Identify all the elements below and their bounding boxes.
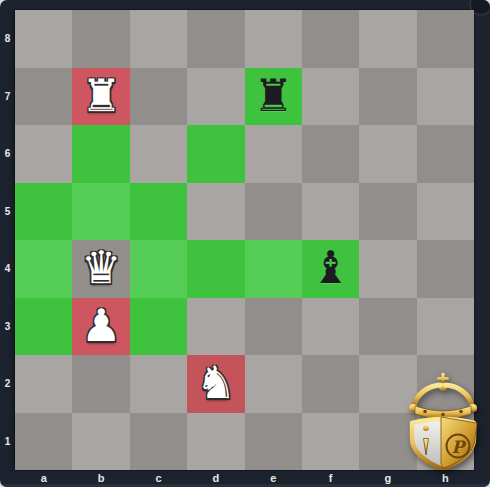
square-f1[interactable] xyxy=(302,413,359,471)
square-b6[interactable] xyxy=(72,125,129,183)
square-d8[interactable] xyxy=(187,10,244,68)
piece-black-bishop[interactable]: ♝ xyxy=(310,245,350,290)
square-f5[interactable] xyxy=(302,183,359,241)
piece-white-queen[interactable]: ♛ xyxy=(81,245,121,290)
square-f2[interactable] xyxy=(302,355,359,413)
rank-label: 8 xyxy=(0,10,15,68)
square-b2[interactable] xyxy=(72,355,129,413)
square-b7[interactable]: ♜ xyxy=(72,68,129,126)
monogram-letter: P xyxy=(452,437,467,457)
square-g4[interactable] xyxy=(359,240,416,298)
piece-white-pawn[interactable]: ♟ xyxy=(81,303,121,348)
square-a1[interactable] xyxy=(15,413,72,471)
square-a8[interactable] xyxy=(15,10,72,68)
square-h4[interactable] xyxy=(417,240,474,298)
square-d2[interactable]: ♞ xyxy=(187,355,244,413)
crown-icon xyxy=(409,374,477,419)
file-label: b xyxy=(72,470,129,487)
shield-icon: P xyxy=(412,417,477,469)
square-f6[interactable] xyxy=(302,125,359,183)
file-label: a xyxy=(15,470,72,487)
square-f3[interactable] xyxy=(302,298,359,356)
square-c1[interactable] xyxy=(130,413,187,471)
rank-label: 5 xyxy=(0,183,15,241)
square-g5[interactable] xyxy=(359,183,416,241)
square-c7[interactable] xyxy=(130,68,187,126)
watermark-logo: P xyxy=(397,373,489,470)
board-frame: ♜♜♛♝♟♞ 8 7 6 5 4 3 2 1 a b c d e f g h xyxy=(0,0,490,487)
square-d6[interactable] xyxy=(187,125,244,183)
file-label: c xyxy=(130,470,187,487)
square-a5[interactable] xyxy=(15,183,72,241)
square-a3[interactable] xyxy=(15,298,72,356)
square-f7[interactable] xyxy=(302,68,359,126)
square-e3[interactable] xyxy=(245,298,302,356)
rank-label: 4 xyxy=(0,240,15,298)
square-h7[interactable] xyxy=(417,68,474,126)
piece-black-rook[interactable]: ♜ xyxy=(253,73,293,118)
square-d1[interactable] xyxy=(187,413,244,471)
rank-label: 6 xyxy=(0,125,15,183)
square-d4[interactable] xyxy=(187,240,244,298)
square-f4[interactable]: ♝ xyxy=(302,240,359,298)
square-e5[interactable] xyxy=(245,183,302,241)
rank-label: 1 xyxy=(0,413,15,471)
chess-board-screenshot: ♜♜♛♝♟♞ 8 7 6 5 4 3 2 1 a b c d e f g h xyxy=(0,0,490,487)
square-g6[interactable] xyxy=(359,125,416,183)
square-b8[interactable] xyxy=(72,10,129,68)
square-b4[interactable]: ♛ xyxy=(72,240,129,298)
square-d5[interactable] xyxy=(187,183,244,241)
square-a4[interactable] xyxy=(15,240,72,298)
rank-label: 2 xyxy=(0,355,15,413)
square-c6[interactable] xyxy=(130,125,187,183)
square-c4[interactable] xyxy=(130,240,187,298)
square-e2[interactable] xyxy=(245,355,302,413)
file-labels: a b c d e f g h xyxy=(15,470,474,487)
square-c5[interactable] xyxy=(130,183,187,241)
file-label: d xyxy=(187,470,244,487)
square-g7[interactable] xyxy=(359,68,416,126)
rank-label: 7 xyxy=(0,68,15,126)
square-c8[interactable] xyxy=(130,10,187,68)
square-d3[interactable] xyxy=(187,298,244,356)
square-d7[interactable] xyxy=(187,68,244,126)
square-h5[interactable] xyxy=(417,183,474,241)
square-e8[interactable] xyxy=(245,10,302,68)
square-b3[interactable]: ♟ xyxy=(72,298,129,356)
square-b1[interactable] xyxy=(72,413,129,471)
file-label: f xyxy=(302,470,359,487)
file-label: g xyxy=(359,470,416,487)
square-g8[interactable] xyxy=(359,10,416,68)
square-g3[interactable] xyxy=(359,298,416,356)
square-c2[interactable] xyxy=(130,355,187,413)
square-b5[interactable] xyxy=(72,183,129,241)
square-h6[interactable] xyxy=(417,125,474,183)
square-c3[interactable] xyxy=(130,298,187,356)
rank-label: 3 xyxy=(0,298,15,356)
square-a6[interactable] xyxy=(15,125,72,183)
square-a7[interactable] xyxy=(15,68,72,126)
square-e6[interactable] xyxy=(245,125,302,183)
square-a2[interactable] xyxy=(15,355,72,413)
square-e7[interactable]: ♜ xyxy=(245,68,302,126)
square-e1[interactable] xyxy=(245,413,302,471)
file-label: h xyxy=(417,470,474,487)
rank-labels: 8 7 6 5 4 3 2 1 xyxy=(0,10,15,470)
file-label: e xyxy=(245,470,302,487)
square-e4[interactable] xyxy=(245,240,302,298)
piece-white-rook[interactable]: ♜ xyxy=(81,73,121,118)
square-f8[interactable] xyxy=(302,10,359,68)
piece-white-knight[interactable]: ♞ xyxy=(196,360,236,405)
square-h3[interactable] xyxy=(417,298,474,356)
square-h8[interactable] xyxy=(417,10,474,68)
